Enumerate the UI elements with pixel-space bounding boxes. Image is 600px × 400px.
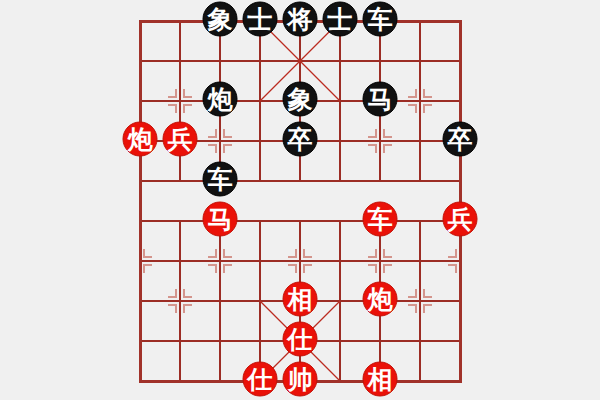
red-soldier[interactable]: 兵 <box>163 122 198 157</box>
pieces-layer: 象士将士车炮象马炮兵卒卒车马车兵相炮仕仕帅相 <box>0 0 600 400</box>
black-advisor[interactable]: 士 <box>243 2 278 37</box>
red-cannon[interactable]: 炮 <box>363 282 398 317</box>
red-general[interactable]: 帅 <box>283 362 318 397</box>
red-elephant[interactable]: 相 <box>283 282 318 317</box>
black-horse[interactable]: 马 <box>363 82 398 117</box>
black-chariot[interactable]: 车 <box>363 2 398 37</box>
black-advisor[interactable]: 士 <box>323 2 358 37</box>
black-elephant[interactable]: 象 <box>283 82 318 117</box>
red-horse[interactable]: 马 <box>203 202 238 237</box>
xiangqi-diagram: 象士将士车炮象马炮兵卒卒车马车兵相炮仕仕帅相 <box>0 0 600 400</box>
red-cannon[interactable]: 炮 <box>123 122 158 157</box>
red-elephant[interactable]: 相 <box>363 362 398 397</box>
red-chariot[interactable]: 车 <box>363 202 398 237</box>
black-soldier[interactable]: 卒 <box>443 122 478 157</box>
black-cannon[interactable]: 炮 <box>203 82 238 117</box>
red-advisor[interactable]: 仕 <box>243 362 278 397</box>
black-chariot[interactable]: 车 <box>203 162 238 197</box>
red-advisor[interactable]: 仕 <box>283 322 318 357</box>
black-elephant[interactable]: 象 <box>203 2 238 37</box>
black-general[interactable]: 将 <box>283 2 318 37</box>
black-soldier[interactable]: 卒 <box>283 122 318 157</box>
red-soldier[interactable]: 兵 <box>443 202 478 237</box>
